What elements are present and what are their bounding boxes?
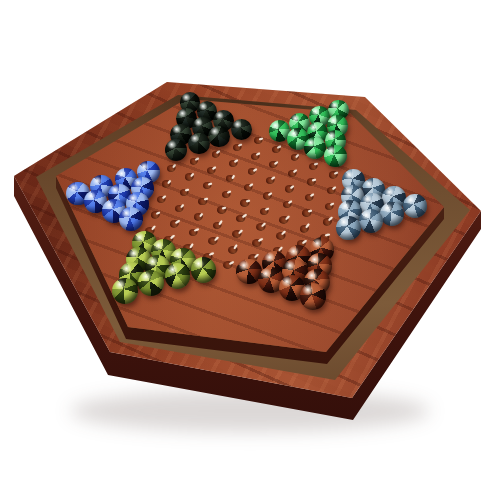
marble-green[interactable] [324, 145, 346, 167]
marble-slate-gray[interactable] [336, 216, 360, 240]
marble-black[interactable] [188, 133, 210, 155]
marble-olive-green[interactable] [165, 263, 191, 289]
marble-slate-gray[interactable] [380, 202, 404, 226]
marble-green[interactable] [304, 137, 326, 159]
marble-olive-green[interactable] [138, 270, 164, 296]
marble-olive-green[interactable] [112, 278, 138, 304]
marble-blue[interactable] [119, 207, 143, 231]
marble-black[interactable] [208, 126, 229, 147]
marble-red-black[interactable] [300, 283, 326, 309]
marble-olive-green[interactable] [191, 257, 217, 283]
marble-slate-gray[interactable] [359, 209, 383, 233]
marble-black[interactable] [165, 139, 187, 161]
marbles-layer [0, 0, 500, 500]
marble-slate-gray[interactable] [403, 194, 427, 218]
chinese-checkers-board [0, 0, 500, 500]
marble-black[interactable] [231, 119, 252, 140]
